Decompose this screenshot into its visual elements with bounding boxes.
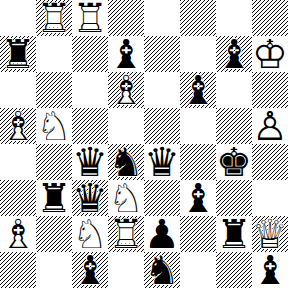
square-g2[interactable]: ♜♜ [216, 216, 252, 252]
piece-outline-layer: ♘ [36, 108, 72, 144]
square-a4[interactable] [0, 144, 36, 180]
square-b7[interactable] [36, 36, 72, 72]
white-knight-icon[interactable]: ♞♘ [36, 108, 72, 144]
square-f8[interactable] [180, 0, 216, 36]
piece-outline-layer: ♚ [216, 144, 252, 180]
square-a5[interactable]: ♝♗ [0, 108, 36, 144]
black-king-icon[interactable]: ♚♚ [216, 144, 252, 180]
piece-outline-layer: ♗ [108, 72, 144, 108]
white-bishop-icon[interactable]: ♝♗ [0, 216, 36, 252]
square-g6[interactable] [216, 72, 252, 108]
square-a1[interactable] [0, 252, 36, 288]
square-f5[interactable] [180, 108, 216, 144]
square-b8[interactable]: ♜♖ [36, 0, 72, 36]
square-a2[interactable]: ♝♗ [0, 216, 36, 252]
piece-outline-layer: ♖ [72, 0, 108, 36]
square-g7[interactable]: ♝♝ [216, 36, 252, 72]
square-e4[interactable]: ♛♛ [144, 144, 180, 180]
square-h4[interactable] [252, 144, 288, 180]
square-g4[interactable]: ♚♚ [216, 144, 252, 180]
white-pawn-icon[interactable]: ♟♙ [252, 108, 288, 144]
square-e7[interactable] [144, 36, 180, 72]
white-rook-icon[interactable]: ♜♖ [72, 0, 108, 36]
white-rook-icon[interactable]: ♜♖ [108, 216, 144, 252]
square-c1[interactable]: ♝♝ [72, 252, 108, 288]
white-rook-icon[interactable]: ♜♖ [36, 0, 72, 36]
square-h7[interactable]: ♚♔ [252, 36, 288, 72]
square-e6[interactable] [144, 72, 180, 108]
piece-outline-layer: ♙ [252, 108, 288, 144]
square-f2[interactable] [180, 216, 216, 252]
black-bishop-icon[interactable]: ♝♝ [180, 72, 216, 108]
piece-outline-layer: ♜ [36, 180, 72, 216]
square-h5[interactable]: ♟♙ [252, 108, 288, 144]
white-bishop-icon[interactable]: ♝♗ [0, 108, 36, 144]
square-f1[interactable] [180, 252, 216, 288]
black-rook-icon[interactable]: ♜♜ [216, 216, 252, 252]
piece-outline-layer: ♝ [252, 252, 288, 288]
square-f3[interactable]: ♝♝ [180, 180, 216, 216]
square-c6[interactable] [72, 72, 108, 108]
square-h1[interactable]: ♝♝ [252, 252, 288, 288]
black-queen-icon[interactable]: ♛♛ [144, 144, 180, 180]
piece-outline-layer: ♗ [0, 108, 36, 144]
piece-outline-layer: ♖ [36, 0, 72, 36]
piece-outline-layer: ♖ [108, 216, 144, 252]
square-e8[interactable] [144, 0, 180, 36]
square-g1[interactable] [216, 252, 252, 288]
piece-outline-layer: ♗ [0, 216, 36, 252]
square-c8[interactable]: ♜♖ [72, 0, 108, 36]
square-d6[interactable]: ♝♗ [108, 72, 144, 108]
black-bishop-icon[interactable]: ♝♝ [252, 252, 288, 288]
square-d2[interactable]: ♜♖ [108, 216, 144, 252]
black-rook-icon[interactable]: ♜♜ [0, 36, 36, 72]
black-bishop-icon[interactable]: ♝♝ [216, 36, 252, 72]
square-b1[interactable] [36, 252, 72, 288]
square-c7[interactable] [72, 36, 108, 72]
black-rook-icon[interactable]: ♜♜ [36, 180, 72, 216]
square-a7[interactable]: ♜♜ [0, 36, 36, 72]
square-b2[interactable] [36, 216, 72, 252]
piece-outline-layer: ♝ [180, 72, 216, 108]
piece-outline-layer: ♞ [144, 252, 180, 288]
black-bishop-icon[interactable]: ♝♝ [180, 180, 216, 216]
white-king-icon[interactable]: ♚♔ [252, 36, 288, 72]
piece-outline-layer: ♜ [216, 216, 252, 252]
black-knight-icon[interactable]: ♞♞ [144, 252, 180, 288]
piece-outline-layer: ♔ [252, 36, 288, 72]
square-f6[interactable]: ♝♝ [180, 72, 216, 108]
black-bishop-icon[interactable]: ♝♝ [72, 252, 108, 288]
square-b3[interactable]: ♜♜ [36, 180, 72, 216]
white-bishop-icon[interactable]: ♝♗ [108, 72, 144, 108]
piece-outline-layer: ♜ [0, 36, 36, 72]
square-d1[interactable] [108, 252, 144, 288]
chess-board: ♜♖♜♖♜♜♝♝♝♝♚♔♝♗♝♝♝♗♞♘♟♙♛♛♞♞♛♛♚♚♜♜♛♛♞♘♝♝♝♗… [0, 0, 288, 288]
piece-outline-layer: ♝ [72, 252, 108, 288]
square-e1[interactable]: ♞♞ [144, 252, 180, 288]
square-b5[interactable]: ♞♘ [36, 108, 72, 144]
piece-outline-layer: ♝ [216, 36, 252, 72]
piece-outline-layer: ♝ [180, 180, 216, 216]
piece-outline-layer: ♛ [144, 144, 180, 180]
